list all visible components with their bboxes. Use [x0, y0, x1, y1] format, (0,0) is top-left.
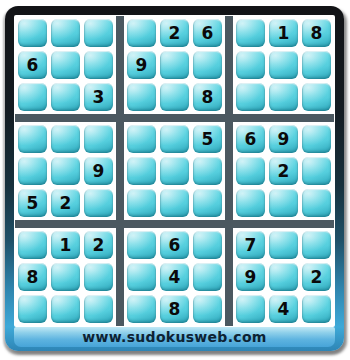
- cell-r1c4[interactable]: [127, 19, 156, 47]
- cell-r6c9[interactable]: [302, 189, 331, 217]
- cell-r6c6[interactable]: [193, 189, 222, 217]
- cell-r5c1[interactable]: [18, 157, 47, 185]
- cell-r8c3[interactable]: [84, 263, 113, 291]
- cell-r7c1[interactable]: [18, 231, 47, 259]
- cell-r6c2[interactable]: 2: [51, 189, 80, 217]
- box-1-2: 2698: [124, 16, 225, 114]
- cell-r4c8[interactable]: 9: [269, 125, 298, 153]
- sudoku-board-frame: 6326981895256921286487924 www.sudokusweb…: [5, 6, 344, 351]
- box-2-1: 952: [15, 122, 116, 220]
- cell-r9c6[interactable]: [193, 295, 222, 323]
- cell-r8c9[interactable]: 2: [302, 263, 331, 291]
- cell-r2c5[interactable]: [160, 51, 189, 79]
- cell-r2c3[interactable]: [84, 51, 113, 79]
- cell-r1c9[interactable]: 8: [302, 19, 331, 47]
- cell-r4c4[interactable]: [127, 125, 156, 153]
- cell-r8c2[interactable]: [51, 263, 80, 291]
- cell-r2c6[interactable]: [193, 51, 222, 79]
- cell-r3c9[interactable]: [302, 83, 331, 111]
- box-1-3: 18: [233, 16, 334, 114]
- cell-r3c1[interactable]: [18, 83, 47, 111]
- cell-r1c5[interactable]: 2: [160, 19, 189, 47]
- cell-r7c2[interactable]: 1: [51, 231, 80, 259]
- cell-r3c4[interactable]: [127, 83, 156, 111]
- website-label: www.sudokusweb.com: [82, 329, 266, 345]
- cell-r7c8[interactable]: [269, 231, 298, 259]
- cell-r6c5[interactable]: [160, 189, 189, 217]
- cell-r9c1[interactable]: [18, 295, 47, 323]
- cell-r7c5[interactable]: 6: [160, 231, 189, 259]
- cell-r5c4[interactable]: [127, 157, 156, 185]
- cell-r5c7[interactable]: [236, 157, 265, 185]
- cell-r2c2[interactable]: [51, 51, 80, 79]
- cell-r3c7[interactable]: [236, 83, 265, 111]
- cell-r3c8[interactable]: [269, 83, 298, 111]
- cell-r6c4[interactable]: [127, 189, 156, 217]
- cell-r4c1[interactable]: [18, 125, 47, 153]
- cell-r3c2[interactable]: [51, 83, 80, 111]
- cell-r6c1[interactable]: 5: [18, 189, 47, 217]
- footer-bar: www.sudokusweb.com: [14, 327, 335, 347]
- cell-r6c8[interactable]: [269, 189, 298, 217]
- cell-r7c6[interactable]: [193, 231, 222, 259]
- cell-r7c4[interactable]: [127, 231, 156, 259]
- cell-r5c5[interactable]: [160, 157, 189, 185]
- cell-r4c3[interactable]: [84, 125, 113, 153]
- cell-r3c6[interactable]: 8: [193, 83, 222, 111]
- box-1-1: 63: [15, 16, 116, 114]
- cell-r3c5[interactable]: [160, 83, 189, 111]
- cell-r5c2[interactable]: [51, 157, 80, 185]
- cell-r2c8[interactable]: [269, 51, 298, 79]
- cell-r1c6[interactable]: 6: [193, 19, 222, 47]
- cell-r2c7[interactable]: [236, 51, 265, 79]
- cell-r4c2[interactable]: [51, 125, 80, 153]
- cell-r1c8[interactable]: 1: [269, 19, 298, 47]
- cell-r4c5[interactable]: [160, 125, 189, 153]
- cell-r8c5[interactable]: 4: [160, 263, 189, 291]
- cell-r8c4[interactable]: [127, 263, 156, 291]
- cell-r4c9[interactable]: [302, 125, 331, 153]
- page: 6326981895256921286487924 www.sudokusweb…: [0, 0, 350, 360]
- sudoku-grid: 6326981895256921286487924: [15, 16, 334, 326]
- cell-r9c4[interactable]: [127, 295, 156, 323]
- cell-r2c9[interactable]: [302, 51, 331, 79]
- box-3-1: 128: [15, 228, 116, 326]
- box-3-3: 7924: [233, 228, 334, 326]
- cell-r4c6[interactable]: 5: [193, 125, 222, 153]
- cell-r4c7[interactable]: 6: [236, 125, 265, 153]
- cell-r2c1[interactable]: 6: [18, 51, 47, 79]
- cell-r8c6[interactable]: [193, 263, 222, 291]
- cell-r9c3[interactable]: [84, 295, 113, 323]
- box-3-2: 648: [124, 228, 225, 326]
- cell-r5c8[interactable]: 2: [269, 157, 298, 185]
- cell-r7c9[interactable]: [302, 231, 331, 259]
- cell-r7c7[interactable]: 7: [236, 231, 265, 259]
- cell-r1c3[interactable]: [84, 19, 113, 47]
- cell-r5c9[interactable]: [302, 157, 331, 185]
- box-2-2: 5: [124, 122, 225, 220]
- cell-r1c1[interactable]: [18, 19, 47, 47]
- cell-r9c8[interactable]: 4: [269, 295, 298, 323]
- cell-r6c7[interactable]: [236, 189, 265, 217]
- cell-r1c2[interactable]: [51, 19, 80, 47]
- cell-r3c3[interactable]: 3: [84, 83, 113, 111]
- cell-r2c4[interactable]: 9: [127, 51, 156, 79]
- cell-r9c2[interactable]: [51, 295, 80, 323]
- cell-r9c9[interactable]: [302, 295, 331, 323]
- cell-r8c7[interactable]: 9: [236, 263, 265, 291]
- cell-r9c5[interactable]: 8: [160, 295, 189, 323]
- cell-r5c3[interactable]: 9: [84, 157, 113, 185]
- cell-r6c3[interactable]: [84, 189, 113, 217]
- cell-r5c6[interactable]: [193, 157, 222, 185]
- cell-r1c7[interactable]: [236, 19, 265, 47]
- sudoku-board: 6326981895256921286487924: [14, 15, 335, 327]
- cell-r9c7[interactable]: [236, 295, 265, 323]
- cell-r7c3[interactable]: 2: [84, 231, 113, 259]
- cell-r8c8[interactable]: [269, 263, 298, 291]
- cell-r8c1[interactable]: 8: [18, 263, 47, 291]
- box-2-3: 692: [233, 122, 334, 220]
